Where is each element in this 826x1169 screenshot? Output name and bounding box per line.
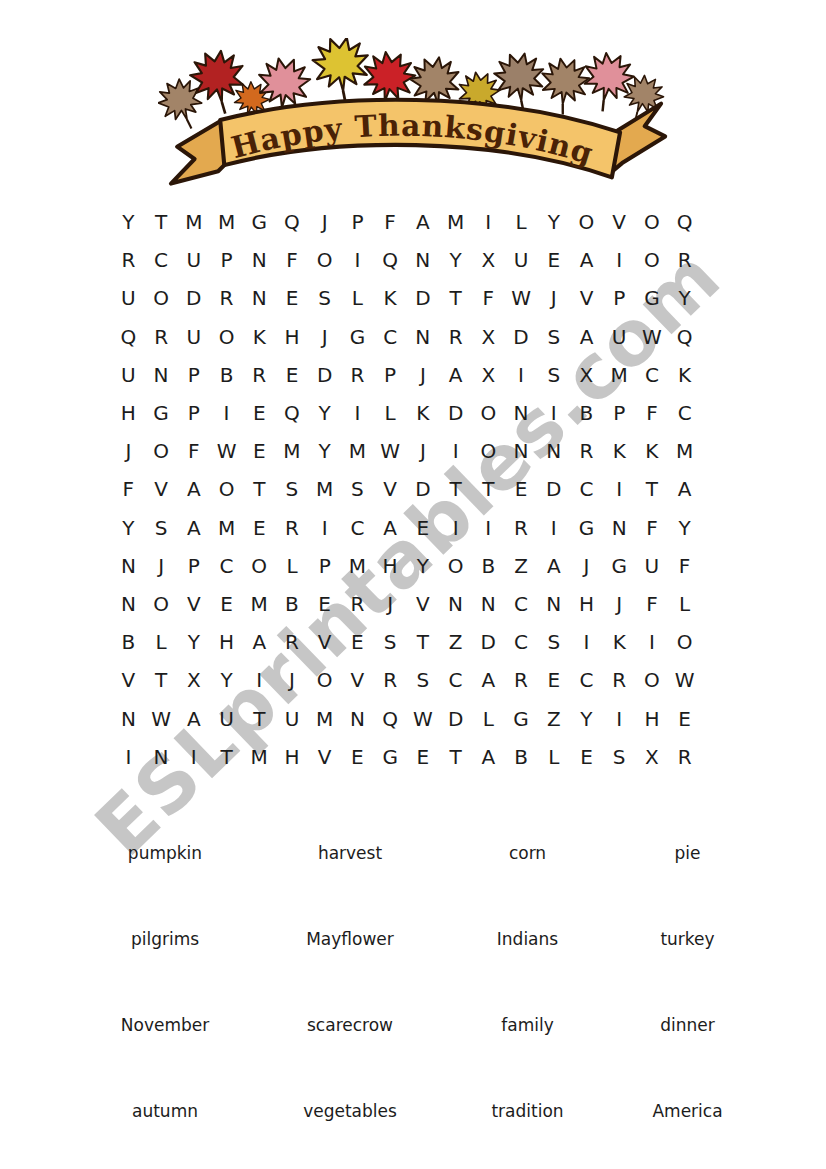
grid-cell: O [636,661,669,699]
grid-cell: Y [537,203,570,241]
grid-cell: M [210,509,243,547]
grid-cell: N [341,700,374,738]
grid-cell: C [439,661,472,699]
grid-cell: V [341,661,374,699]
grid-cell: J [112,432,145,470]
grid-cell: G [243,203,276,241]
grid-cell: D [406,279,439,317]
grid-cell: G [570,509,603,547]
grid-cell: C [570,470,603,508]
grid-cell: K [668,356,701,394]
grid-cell: W [668,661,701,699]
grid-cell: J [570,547,603,585]
grid-cell: P [177,547,210,585]
grid-cell: N [537,585,570,623]
grid-cell: I [308,509,341,547]
grid-cell: M [668,432,701,470]
grid-cell: M [341,432,374,470]
grid-cell: G [374,738,407,776]
grid-cell: R [210,279,243,317]
grid-cell: B [112,623,145,661]
grid-cell: V [374,470,407,508]
grid-cell: S [276,470,309,508]
grid-cell: R [243,356,276,394]
word-list: pumpkinharvestcornpiepilgrimsMayflowerIn… [75,843,765,1169]
grid-cell: W [374,432,407,470]
grid-cell: N [112,585,145,623]
grid-cell: T [243,470,276,508]
grid-cell: S [341,470,374,508]
word-list-item: harvest [255,843,445,929]
grid-cell: E [537,661,570,699]
grid-cell: M [308,470,341,508]
grid-cell: O [570,203,603,241]
grid-cell: B [472,547,505,585]
grid-cell: J [537,279,570,317]
word-list-item: tradition [445,1101,610,1169]
grid-cell: N [505,432,538,470]
grid-cell: L [537,738,570,776]
grid-cell: T [145,203,178,241]
grid-cell: X [636,738,669,776]
grid-cell: D [472,623,505,661]
grid-cell: J [603,585,636,623]
grid-cell: Z [537,700,570,738]
grid-cell: U [505,241,538,279]
grid-cell: V [112,661,145,699]
grid-cell: Y [210,661,243,699]
grid-cell: I [341,241,374,279]
grid-cell: H [210,623,243,661]
grid-cell: T [439,738,472,776]
grid-cell: V [308,738,341,776]
grid-cell: B [570,394,603,432]
grid-cell: C [636,356,669,394]
grid-cell: D [505,318,538,356]
grid-cell: C [145,241,178,279]
grid-cell: Y [668,279,701,317]
grid-cell: M [276,432,309,470]
grid-cell: C [668,394,701,432]
grid-cell: N [243,279,276,317]
grid-cell: Y [439,241,472,279]
grid-cell: R [570,432,603,470]
grid-cell: H [570,585,603,623]
word-list-item: corn [445,843,610,929]
word-list-item: scarecrow [255,1015,445,1101]
grid-cell: V [570,279,603,317]
word-list-item: November [75,1015,255,1101]
grid-cell: M [341,547,374,585]
word-list-item: pumpkin [75,843,255,929]
word-list-item: vegetables [255,1101,445,1169]
grid-cell: O [243,547,276,585]
grid-cell: L [668,585,701,623]
grid-cell: S [406,661,439,699]
autumn-leaf-icon [577,49,637,116]
grid-cell: N [112,700,145,738]
grid-cell: T [636,470,669,508]
grid-cell: L [145,623,178,661]
grid-cell: Y [177,623,210,661]
grid-cell: E [570,738,603,776]
grid-cell: W [636,318,669,356]
word-list-item: pie [610,843,765,929]
grid-cell: U [603,318,636,356]
grid-cell: S [145,509,178,547]
grid-cell: U [276,700,309,738]
grid-cell: M [439,203,472,241]
grid-cell: I [177,738,210,776]
grid-cell: Y [308,432,341,470]
grid-cell: R [439,318,472,356]
grid-cell: L [374,394,407,432]
grid-cell: N [603,509,636,547]
grid-cell: M [243,585,276,623]
grid-cell: E [505,470,538,508]
grid-cell: O [472,394,505,432]
grid-cell: O [145,585,178,623]
grid-cell: F [636,585,669,623]
grid-cell: E [537,241,570,279]
grid-cell: N [505,394,538,432]
grid-cell: U [112,279,145,317]
grid-cell: N [112,547,145,585]
grid-cell: I [537,509,570,547]
grid-cell: I [112,738,145,776]
grid-cell: A [177,509,210,547]
grid-cell: N [406,241,439,279]
grid-cell: M [177,203,210,241]
word-list-item: Mayflower [255,929,445,1015]
grid-cell: R [374,661,407,699]
grid-cell: O [668,623,701,661]
grid-cell: I [537,394,570,432]
letter-grid: YTMMGQJPFAMILYOVOQRCUPNFOIQNYXUEAIORUODR… [112,203,701,776]
grid-cell: O [210,470,243,508]
grid-cell: F [276,241,309,279]
grid-cell: W [210,432,243,470]
grid-cell: M [308,700,341,738]
grid-cell: Y [668,509,701,547]
grid-cell: Y [570,700,603,738]
grid-cell: Q [374,241,407,279]
grid-cell: D [177,279,210,317]
grid-cell: P [210,241,243,279]
grid-cell: R [276,623,309,661]
grid-cell: S [537,356,570,394]
grid-cell: J [308,203,341,241]
grid-cell: V [308,623,341,661]
grid-cell: R [341,356,374,394]
ribbon-banner: Happy Thanksgiving [171,100,665,184]
grid-cell: E [210,585,243,623]
grid-cell: P [603,279,636,317]
grid-cell: I [505,356,538,394]
grid-cell: W [406,700,439,738]
grid-cell: I [570,623,603,661]
grid-cell: U [210,700,243,738]
grid-cell: O [210,318,243,356]
word-list-item: pilgrims [75,929,255,1015]
grid-cell: E [308,585,341,623]
grid-cell: J [145,547,178,585]
word-list-item: autumn [75,1101,255,1169]
grid-cell: P [341,203,374,241]
grid-cell: O [308,661,341,699]
grid-cell: G [636,279,669,317]
grid-cell: F [177,432,210,470]
grid-cell: Y [112,203,145,241]
grid-cell: N [439,585,472,623]
grid-cell: K [243,318,276,356]
grid-cell: A [439,356,472,394]
grid-cell: I [472,203,505,241]
grid-cell: I [439,432,472,470]
grid-cell: H [276,318,309,356]
grid-cell: I [439,509,472,547]
grid-cell: P [374,356,407,394]
grid-cell: O [472,432,505,470]
grid-cell: U [112,356,145,394]
autumn-leaf-icon [311,38,372,106]
grid-cell: U [177,241,210,279]
grid-cell: Q [668,203,701,241]
grid-cell: V [406,585,439,623]
grid-cell: H [112,394,145,432]
grid-cell: I [243,661,276,699]
grid-cell: X [570,356,603,394]
grid-cell: J [406,432,439,470]
grid-cell: K [374,279,407,317]
grid-cell: K [636,432,669,470]
grid-cell: N [537,432,570,470]
grid-cell: E [243,432,276,470]
grid-cell: B [276,585,309,623]
grid-cell: Q [276,203,309,241]
grid-cell: B [210,356,243,394]
grid-cell: G [145,394,178,432]
grid-cell: Q [112,318,145,356]
grid-cell: L [276,547,309,585]
grid-cell: J [406,356,439,394]
grid-cell: L [341,279,374,317]
grid-cell: R [668,241,701,279]
grid-cell: R [112,241,145,279]
grid-cell: T [472,470,505,508]
grid-cell: I [603,700,636,738]
grid-cell: D [537,470,570,508]
grid-cell: S [537,318,570,356]
grid-cell: E [341,738,374,776]
grid-cell: R [341,585,374,623]
grid-cell: A [570,318,603,356]
grid-cell: K [603,623,636,661]
grid-cell: D [439,394,472,432]
grid-cell: A [668,470,701,508]
grid-cell: R [505,509,538,547]
grid-cell: V [145,470,178,508]
grid-cell: T [145,661,178,699]
grid-cell: O [636,241,669,279]
grid-cell: S [308,279,341,317]
grid-cell: F [112,470,145,508]
grid-cell: F [374,203,407,241]
grid-cell: M [210,203,243,241]
grid-cell: V [603,203,636,241]
grid-cell: N [145,738,178,776]
grid-cell: M [603,356,636,394]
grid-cell: E [668,700,701,738]
grid-cell: Z [505,547,538,585]
grid-cell: E [243,509,276,547]
grid-cell: Y [406,547,439,585]
grid-cell: S [537,623,570,661]
grid-cell: Z [439,623,472,661]
grid-cell: O [145,279,178,317]
grid-cell: E [243,394,276,432]
grid-cell: R [603,661,636,699]
grid-cell: F [636,394,669,432]
grid-cell: N [406,318,439,356]
grid-cell: K [406,394,439,432]
grid-cell: R [505,661,538,699]
grid-cell: P [603,394,636,432]
grid-cell: Q [374,700,407,738]
grid-cell: F [472,279,505,317]
grid-cell: O [145,432,178,470]
grid-cell: T [406,623,439,661]
grid-cell: C [505,585,538,623]
grid-cell: T [210,738,243,776]
grid-cell: E [341,623,374,661]
grid-cell: R [668,738,701,776]
grid-cell: A [406,203,439,241]
grid-cell: P [177,394,210,432]
grid-cell: O [439,547,472,585]
grid-cell: A [537,547,570,585]
grid-cell: G [341,318,374,356]
grid-cell: O [308,241,341,279]
grid-cell: C [374,318,407,356]
grid-cell: F [668,547,701,585]
grid-cell: C [341,509,374,547]
grid-cell: C [570,661,603,699]
grid-cell: R [276,509,309,547]
word-list-item: family [445,1015,610,1101]
grid-cell: H [636,700,669,738]
grid-cell: A [472,661,505,699]
grid-cell: I [341,394,374,432]
grid-cell: L [505,203,538,241]
grid-cell: B [505,738,538,776]
word-list-item: turkey [610,929,765,1015]
grid-cell: G [505,700,538,738]
grid-cell: I [210,394,243,432]
grid-cell: Y [112,509,145,547]
grid-cell: R [145,318,178,356]
grid-cell: E [406,738,439,776]
grid-cell: Q [276,394,309,432]
grid-cell: G [603,547,636,585]
grid-cell: J [374,585,407,623]
grid-cell: N [145,356,178,394]
grid-cell: E [276,279,309,317]
grid-cell: X [177,661,210,699]
grid-cell: A [570,241,603,279]
grid-cell: K [603,432,636,470]
grid-cell: N [243,241,276,279]
grid-cell: A [472,738,505,776]
grid-cell: A [177,700,210,738]
grid-cell: F [636,509,669,547]
grid-cell: T [439,279,472,317]
grid-cell: X [472,356,505,394]
grid-cell: I [603,470,636,508]
grid-cell: I [603,241,636,279]
grid-cell: I [472,509,505,547]
grid-cell: A [177,470,210,508]
grid-cell: O [636,203,669,241]
worksheet-page: Happy Thanksgiving ESLprintables.com YTM… [0,0,826,1169]
grid-cell: T [439,470,472,508]
ribbon-left-tail [171,120,226,184]
grid-cell: D [406,470,439,508]
grid-cell: A [243,623,276,661]
grid-cell: H [276,738,309,776]
grid-cell: W [145,700,178,738]
grid-cell: Y [308,394,341,432]
grid-cell: L [472,700,505,738]
word-list-item: Indians [445,929,610,1015]
grid-cell: N [472,585,505,623]
grid-cell: W [505,279,538,317]
grid-cell: S [374,623,407,661]
grid-cell: E [276,356,309,394]
grid-cell: A [374,509,407,547]
grid-cell: E [406,509,439,547]
grid-cell: C [210,547,243,585]
word-list-item: dinner [610,1015,765,1101]
thanksgiving-banner: Happy Thanksgiving [158,38,672,200]
grid-cell: U [177,318,210,356]
grid-cell: D [308,356,341,394]
grid-cell: X [472,241,505,279]
grid-cell: M [243,738,276,776]
grid-cell: S [603,738,636,776]
grid-cell: T [243,700,276,738]
grid-cell: J [308,318,341,356]
grid-cell: V [177,585,210,623]
word-list-item: America [610,1101,765,1169]
grid-cell: P [308,547,341,585]
grid-cell: I [636,623,669,661]
grid-cell: U [636,547,669,585]
grid-cell: J [276,661,309,699]
grid-cell: H [374,547,407,585]
grid-cell: C [505,623,538,661]
grid-cell: X [472,318,505,356]
autumn-leaf-icon [538,57,591,117]
grid-cell: Q [668,318,701,356]
grid-cell: P [177,356,210,394]
grid-cell: D [439,700,472,738]
